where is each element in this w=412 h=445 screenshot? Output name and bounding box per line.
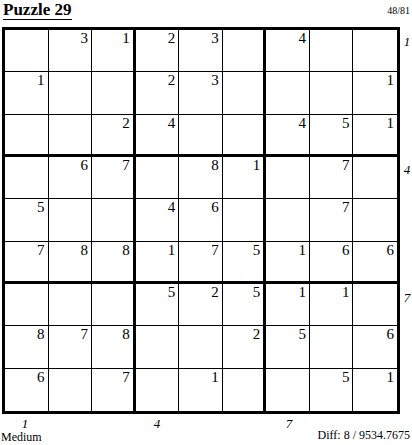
given-digit: 1 [298, 285, 306, 300]
cell-r6c5[interactable]: 7 [179, 242, 223, 284]
given-digit: 2 [211, 285, 219, 300]
cell-r7c5[interactable]: 2 [179, 284, 223, 326]
given-digit: 1 [387, 370, 395, 385]
cell-r3c7[interactable]: 4 [266, 115, 310, 157]
cell-r4c8[interactable]: 7 [310, 157, 354, 199]
cell-r1c2[interactable]: 3 [49, 30, 93, 72]
cell-r6c3[interactable]: 8 [92, 242, 136, 284]
column-coordinate-label-4: 4 [154, 417, 161, 430]
cell-r3c1[interactable] [5, 115, 49, 157]
cell-r5c7[interactable] [266, 199, 310, 241]
cell-r3c6[interactable] [223, 115, 267, 157]
given-digit: 1 [387, 116, 395, 131]
cell-r8c5[interactable] [179, 326, 223, 368]
cell-r9c7[interactable] [266, 369, 310, 411]
given-digit: 5 [253, 243, 261, 258]
cell-r8c8[interactable] [310, 326, 354, 368]
cell-r7c6[interactable]: 5 [223, 284, 267, 326]
cell-r2c7[interactable] [266, 72, 310, 114]
cell-r1c1[interactable] [5, 30, 49, 72]
given-digit: 1 [387, 73, 395, 88]
given-digit: 1 [168, 243, 176, 258]
cell-r6c6[interactable]: 5 [223, 242, 267, 284]
row-coordinate-label-7: 7 [402, 291, 412, 304]
cell-r7c7[interactable]: 1 [266, 284, 310, 326]
cell-r4c4[interactable] [136, 157, 180, 199]
given-digit: 5 [168, 285, 176, 300]
cell-r9c5[interactable]: 1 [179, 369, 223, 411]
given-digit: 5 [342, 116, 350, 131]
cell-r3c3[interactable]: 2 [92, 115, 136, 157]
cell-r3c2[interactable] [49, 115, 93, 157]
given-digit: 1 [122, 31, 130, 46]
cell-r4c2[interactable]: 6 [49, 157, 93, 199]
cell-r3c9[interactable]: 1 [353, 115, 397, 157]
given-digit: 3 [211, 31, 219, 46]
given-digit: 1 [342, 285, 350, 300]
cell-r7c2[interactable] [49, 284, 93, 326]
given-digit: 1 [37, 73, 45, 88]
sudoku-puzzle-page: Puzzle 29 48/81 312341231244516781754677… [0, 0, 412, 445]
cell-r4c9[interactable] [353, 157, 397, 199]
cell-r8c3[interactable]: 8 [92, 326, 136, 368]
cell-r6c7[interactable]: 1 [266, 242, 310, 284]
given-digit: 6 [81, 158, 89, 173]
column-coordinate-label-7: 7 [286, 417, 293, 430]
given-digit: 3 [81, 31, 89, 46]
given-digit: 2 [122, 116, 130, 131]
given-digit: 7 [342, 158, 350, 173]
cell-r9c8[interactable]: 5 [310, 369, 354, 411]
cell-r3c4[interactable]: 4 [136, 115, 180, 157]
cell-r3c5[interactable] [179, 115, 223, 157]
cell-r1c3[interactable]: 1 [92, 30, 136, 72]
cell-r7c1[interactable] [5, 284, 49, 326]
cell-r7c4[interactable]: 5 [136, 284, 180, 326]
difficulty-score: Diff: 8 / 9534.7675 [318, 429, 410, 441]
row-coordinate-label-4: 4 [402, 163, 412, 176]
row-coordinate-label-1: 1 [402, 35, 412, 48]
cell-r3c8[interactable]: 5 [310, 115, 354, 157]
given-digit: 4 [298, 31, 306, 46]
cell-r2c1[interactable]: 1 [5, 72, 49, 114]
given-digit: 7 [342, 200, 350, 215]
difficulty-label: Medium [1, 431, 42, 443]
given-digit: 8 [122, 327, 130, 342]
given-digit: 3 [211, 73, 219, 88]
given-digit: 1 [253, 158, 261, 173]
cell-r1c7[interactable]: 4 [266, 30, 310, 72]
given-digit: 7 [211, 243, 219, 258]
cell-r5c6[interactable] [223, 199, 267, 241]
given-digit: 7 [122, 158, 130, 173]
cell-r8c2[interactable]: 7 [49, 326, 93, 368]
given-digit: 8 [122, 243, 130, 258]
cell-r2c8[interactable] [310, 72, 354, 114]
cell-r4c1[interactable] [5, 157, 49, 199]
cell-r1c9[interactable] [353, 30, 397, 72]
cell-r8c4[interactable] [136, 326, 180, 368]
cell-r9c2[interactable] [49, 369, 93, 411]
cell-r4c7[interactable] [266, 157, 310, 199]
cell-r1c5[interactable]: 3 [179, 30, 223, 72]
given-digit: 7 [81, 327, 89, 342]
given-digit: 6 [211, 200, 219, 215]
cell-r5c5[interactable]: 6 [179, 199, 223, 241]
given-digit: 6 [387, 243, 395, 258]
cell-r8c1[interactable]: 8 [5, 326, 49, 368]
given-digit: 6 [37, 370, 45, 385]
given-digit: 4 [168, 116, 176, 131]
cell-r7c3[interactable] [92, 284, 136, 326]
given-digit: 1 [211, 370, 219, 385]
given-digit: 7 [122, 370, 130, 385]
cell-r5c3[interactable] [92, 199, 136, 241]
cell-r2c2[interactable] [49, 72, 93, 114]
column-coordinate-label-1: 1 [22, 417, 29, 430]
cell-r8c6[interactable]: 2 [223, 326, 267, 368]
cell-r6c2[interactable]: 8 [49, 242, 93, 284]
cell-r6c9[interactable]: 6 [353, 242, 397, 284]
given-digit: 8 [211, 158, 219, 173]
cell-r6c8[interactable]: 6 [310, 242, 354, 284]
given-digit: 6 [342, 243, 350, 258]
cell-r2c9[interactable]: 1 [353, 72, 397, 114]
cell-r7c8[interactable]: 1 [310, 284, 354, 326]
cell-r1c6[interactable] [223, 30, 267, 72]
given-digit: 8 [37, 327, 45, 342]
given-digit: 5 [342, 370, 350, 385]
cell-r9c6[interactable] [223, 369, 267, 411]
cell-r8c7[interactable]: 5 [266, 326, 310, 368]
cell-r8c9[interactable]: 6 [353, 326, 397, 368]
puzzle-title: Puzzle 29 [3, 0, 72, 20]
given-digit: 2 [168, 73, 176, 88]
given-digit: 6 [387, 327, 395, 342]
cell-r1c4[interactable]: 2 [136, 30, 180, 72]
cell-r5c1[interactable]: 5 [5, 199, 49, 241]
given-digit: 8 [81, 243, 89, 258]
cell-r2c6[interactable] [223, 72, 267, 114]
cell-r9c4[interactable] [136, 369, 180, 411]
given-digit: 4 [168, 200, 176, 215]
cell-r7c9[interactable] [353, 284, 397, 326]
cell-r5c8[interactable]: 7 [310, 199, 354, 241]
given-digit: 4 [298, 116, 306, 131]
given-digit: 5 [298, 327, 306, 342]
givens-counter: 48/81 [387, 5, 410, 16]
cell-r9c3[interactable]: 7 [92, 369, 136, 411]
given-digit: 2 [253, 327, 261, 342]
sudoku-board: 3123412312445167817546778817516652511878… [2, 27, 400, 414]
given-digit: 5 [37, 200, 45, 215]
given-digit: 7 [37, 243, 45, 258]
cell-r5c2[interactable] [49, 199, 93, 241]
cell-r9c9[interactable]: 1 [353, 369, 397, 411]
cell-r5c4[interactable]: 4 [136, 199, 180, 241]
given-digit: 2 [168, 31, 176, 46]
cell-r4c5[interactable]: 8 [179, 157, 223, 199]
cell-r2c3[interactable] [92, 72, 136, 114]
given-digit: 1 [298, 243, 306, 258]
cell-r5c9[interactable] [353, 199, 397, 241]
cell-r6c4[interactable]: 1 [136, 242, 180, 284]
cell-r4c3[interactable]: 7 [92, 157, 136, 199]
cell-r6c1[interactable]: 7 [5, 242, 49, 284]
given-digit: 5 [253, 285, 261, 300]
cell-r2c5[interactable]: 3 [179, 72, 223, 114]
cell-r1c8[interactable] [310, 30, 354, 72]
cell-r9c1[interactable]: 6 [5, 369, 49, 411]
cell-r2c4[interactable]: 2 [136, 72, 180, 114]
cell-r4c6[interactable]: 1 [223, 157, 267, 199]
